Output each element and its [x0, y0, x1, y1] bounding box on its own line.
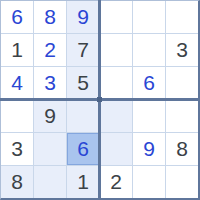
sudoku-board-wrap: 6891273435693698812 [0, 0, 200, 200]
sudoku-cell-r1c5[interactable] [133, 1, 165, 33]
sudoku-cell-r3c2[interactable]: 3 [34, 67, 66, 99]
sudoku-cell-r1c3[interactable]: 9 [67, 1, 99, 33]
sudoku-cell-r1c1[interactable]: 6 [1, 1, 33, 33]
sudoku-cell-r2c6[interactable]: 3 [166, 34, 198, 66]
sudoku-cell-r6c1[interactable]: 8 [1, 166, 33, 198]
sudoku-cell-r4c1[interactable] [1, 100, 33, 132]
sudoku-cell-r2c2[interactable]: 2 [34, 34, 66, 66]
sudoku-cell-r5c3-selected[interactable]: 6 [67, 133, 99, 165]
sudoku-cell-r5c5[interactable]: 9 [133, 133, 165, 165]
sudoku-board: 6891273435693698812 [0, 0, 200, 200]
sudoku-cell-r1c6[interactable] [166, 1, 198, 33]
sudoku-cell-r4c4[interactable] [100, 100, 132, 132]
sudoku-cell-r4c6[interactable] [166, 100, 198, 132]
sudoku-cell-r2c3[interactable]: 7 [67, 34, 99, 66]
sudoku-cell-r4c5[interactable] [133, 100, 165, 132]
sudoku-cell-r5c4[interactable] [100, 133, 132, 165]
sudoku-cell-r6c3[interactable]: 1 [67, 166, 99, 198]
sudoku-cell-r1c4[interactable] [100, 1, 132, 33]
sudoku-cell-r6c5[interactable] [133, 166, 165, 198]
sudoku-cell-r6c6[interactable] [166, 166, 198, 198]
sudoku-cell-r4c2[interactable]: 9 [34, 100, 66, 132]
sudoku-cell-r1c2[interactable]: 8 [34, 1, 66, 33]
sudoku-cell-r4c3[interactable] [67, 100, 99, 132]
sudoku-cell-r6c2[interactable] [34, 166, 66, 198]
sudoku-cell-r2c5[interactable] [133, 34, 165, 66]
sudoku-cell-r3c3[interactable]: 5 [67, 67, 99, 99]
sudoku-cell-r3c6[interactable] [166, 67, 198, 99]
sudoku-cell-r3c4[interactable] [100, 67, 132, 99]
sudoku-cell-r6c4[interactable]: 2 [100, 166, 132, 198]
sudoku-cell-r2c4[interactable] [100, 34, 132, 66]
sudoku-cell-r2c1[interactable]: 1 [1, 34, 33, 66]
sudoku-cell-r5c6[interactable]: 8 [166, 133, 198, 165]
sudoku-cell-r5c2[interactable] [34, 133, 66, 165]
sudoku-cell-r3c1[interactable]: 4 [1, 67, 33, 99]
sudoku-cell-r3c5[interactable]: 6 [133, 67, 165, 99]
sudoku-cell-r5c1[interactable]: 3 [1, 133, 33, 165]
